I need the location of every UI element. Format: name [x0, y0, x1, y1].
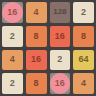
tile-value: 64: [79, 55, 89, 64]
tile-value: 4: [34, 8, 39, 17]
tile-value: 4: [10, 55, 15, 64]
tile-value: 16: [55, 32, 65, 41]
tile-r1-c4: 2: [73, 2, 94, 23]
tile-r2-c2: 8: [26, 26, 47, 47]
tile-value: 8: [34, 79, 39, 88]
tile-r1-c2: 4: [26, 2, 47, 23]
tile-value: 2: [81, 8, 86, 17]
tile-r3-c4: 64: [73, 50, 94, 71]
tile-r4-c4: 4: [73, 73, 94, 94]
tile-value: 8: [81, 32, 86, 41]
tile-r4-c2: 8: [26, 73, 47, 94]
tile-value: 128: [53, 8, 66, 16]
tile-value: 16: [2, 2, 23, 23]
tile-r3-c1: 4: [2, 50, 23, 71]
tile-value: 16: [31, 55, 41, 64]
tile-value: 2: [10, 79, 15, 88]
tile-r2-c4: 8: [73, 26, 94, 47]
tile-value: 2: [57, 55, 62, 64]
tile-value: 8: [34, 32, 39, 41]
tile-value: 2: [10, 32, 15, 41]
tile-value: 4: [81, 79, 86, 88]
tile-r3-c3: 2: [50, 50, 71, 71]
tile-r1-c1: 16: [2, 2, 23, 23]
tile-value: 16: [50, 73, 71, 94]
tile-r3-c2: 16: [26, 50, 47, 71]
tile-r4-c1: 2: [2, 73, 23, 94]
tile-r2-c3: 16: [50, 26, 71, 47]
tile-r2-c1: 2: [2, 26, 23, 47]
tile-r1-c3: 128: [50, 2, 71, 23]
tile-r4-c3: 16: [50, 73, 71, 94]
board-2048[interactable]: 16 4 128 2 2 8 16 8 4 16 2 64 2 8 16 4: [0, 0, 96, 96]
